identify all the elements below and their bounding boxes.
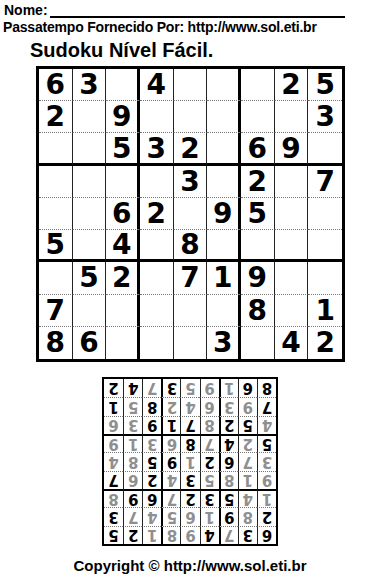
solution-cell-r2c4: 1 — [200, 507, 219, 525]
copyright-text: Copyright © http://www.sol.eti.br — [0, 557, 380, 574]
solution-cell-r1c6: 8 — [161, 526, 180, 544]
page-title: Sudoku Nível Fácil. — [30, 39, 213, 62]
solution-cell-r3c9: 8 — [104, 489, 123, 507]
puzzle-cell-r9c1[interactable]: 8 — [39, 327, 73, 359]
solution-cell-r5c3: 6 — [219, 452, 238, 470]
solution-cell-r8c2: 9 — [238, 397, 257, 415]
solution-cell-r1c2: 3 — [238, 526, 257, 544]
puzzle-cell-r5c8[interactable] — [275, 198, 309, 230]
puzzle-cell-r3c4[interactable]: 3 — [140, 133, 174, 165]
solution-cell-r9c9: 2 — [104, 379, 123, 397]
solution-cell-r1c9: 5 — [104, 526, 123, 544]
solution-cell-r4c4: 5 — [200, 471, 219, 489]
puzzle-cell-r1c6[interactable] — [207, 69, 241, 101]
puzzle-cell-r9c9[interactable]: 2 — [308, 327, 342, 359]
puzzle-cell-r9c3[interactable] — [106, 327, 140, 359]
solution-cell-r7c7: 9 — [142, 416, 161, 434]
puzzle-cell-r7c5[interactable]: 7 — [174, 262, 208, 294]
puzzle-cell-r5c5[interactable] — [174, 198, 208, 230]
solution-cell-r5c8: 8 — [123, 452, 142, 470]
puzzle-cell-r1c5[interactable] — [174, 69, 208, 101]
puzzle-cell-r9c8[interactable]: 4 — [275, 327, 309, 359]
solution-cell-r9c5: 5 — [180, 379, 199, 397]
puzzle-cell-r5c1[interactable] — [39, 198, 73, 230]
solution-cell-r9c4: 9 — [200, 379, 219, 397]
puzzle-cell-r3c6[interactable] — [207, 133, 241, 165]
puzzle-cell-r7c2[interactable]: 5 — [73, 262, 107, 294]
puzzle-cell-r4c4[interactable] — [140, 166, 174, 198]
puzzle-cell-r8c4[interactable] — [140, 295, 174, 327]
provider-text: Passatempo Fornecido Por: http://www.sol… — [3, 19, 317, 35]
solution-cell-r6c8: 1 — [123, 434, 142, 452]
solution-cell-r7c4: 8 — [200, 416, 219, 434]
puzzle-cell-r8c5[interactable] — [174, 295, 208, 327]
puzzle-cell-r7c1[interactable] — [39, 262, 73, 294]
puzzle-cell-r2c8[interactable] — [275, 101, 309, 133]
puzzle-cell-r5c2[interactable] — [73, 198, 107, 230]
puzzle-cell-r5c3[interactable]: 6 — [106, 198, 140, 230]
solution-cell-r6c7: 3 — [142, 434, 161, 452]
solution-cell-r7c1: 4 — [257, 416, 276, 434]
puzzle-cell-r8c6[interactable] — [207, 295, 241, 327]
puzzle-cell-r8c9[interactable]: 1 — [308, 295, 342, 327]
puzzle-cell-r5c6[interactable]: 9 — [207, 198, 241, 230]
puzzle-cell-r5c7[interactable]: 5 — [241, 198, 275, 230]
puzzle-cell-r3c2[interactable] — [73, 133, 107, 165]
solution-cell-r7c9: 6 — [104, 416, 123, 434]
puzzle-cell-r9c6[interactable]: 3 — [207, 327, 241, 359]
solution-cell-r7c6: 1 — [161, 416, 180, 434]
solution-cell-r5c1: 3 — [257, 452, 276, 470]
solution-cell-r3c7: 6 — [142, 489, 161, 507]
puzzle-cell-r8c1[interactable]: 7 — [39, 295, 73, 327]
solution-cell-r9c1: 8 — [257, 379, 276, 397]
puzzle-cell-r6c3[interactable]: 4 — [106, 230, 140, 262]
solution-cell-r3c3: 5 — [219, 489, 238, 507]
solution-cell-r3c6: 7 — [161, 489, 180, 507]
solution-cell-r4c5: 3 — [180, 471, 199, 489]
solution-cell-r8c6: 2 — [161, 397, 180, 415]
solution-cell-r2c9: 3 — [104, 507, 123, 525]
solution-cell-r7c5: 7 — [180, 416, 199, 434]
puzzle-cell-r8c7[interactable]: 8 — [241, 295, 275, 327]
puzzle-cell-r6c4[interactable] — [140, 230, 174, 262]
solution-cell-r9c6: 3 — [161, 379, 180, 397]
puzzle-cell-r9c7[interactable] — [241, 327, 275, 359]
puzzle-cell-r3c7[interactable]: 6 — [241, 133, 275, 165]
puzzle-cell-r8c8[interactable] — [275, 295, 309, 327]
solution-cell-r8c7: 8 — [142, 397, 161, 415]
puzzle-cell-r2c3[interactable]: 9 — [106, 101, 140, 133]
solution-cell-r3c5: 2 — [180, 489, 199, 507]
solution-cell-r8c5: 4 — [180, 397, 199, 415]
solution-cell-r7c3: 2 — [219, 416, 238, 434]
solution-grid-rotated: 6374981252891654731453276989185342673762… — [102, 377, 278, 546]
solution-cell-r7c8: 3 — [123, 416, 142, 434]
puzzle-cell-r3c9[interactable] — [308, 133, 342, 165]
puzzle-cell-r7c3[interactable]: 2 — [106, 262, 140, 294]
puzzle-cell-r1c7[interactable] — [241, 69, 275, 101]
solution-cell-r4c2: 1 — [238, 471, 257, 489]
solution-cell-r9c3: 1 — [219, 379, 238, 397]
solution-cell-r8c4: 6 — [200, 397, 219, 415]
solution-cell-r5c6: 9 — [161, 452, 180, 470]
puzzle-cell-r5c4[interactable]: 2 — [140, 198, 174, 230]
solution-cell-r3c2: 4 — [238, 489, 257, 507]
solution-cell-r1c5: 9 — [180, 526, 199, 544]
solution-cell-r4c8: 6 — [123, 471, 142, 489]
solution-cell-r6c4: 7 — [200, 434, 219, 452]
solution-cell-r4c3: 8 — [219, 471, 238, 489]
solution-cell-r5c2: 7 — [238, 452, 257, 470]
puzzle-cell-r7c4[interactable] — [140, 262, 174, 294]
solution-cell-r2c6: 5 — [161, 507, 180, 525]
puzzle-cell-r4c6[interactable] — [207, 166, 241, 198]
puzzle-cell-r2c4[interactable] — [140, 101, 174, 133]
puzzle-cell-r6c8[interactable] — [275, 230, 309, 262]
puzzle-cell-r6c9[interactable] — [308, 230, 342, 262]
puzzle-cell-r2c1[interactable]: 2 — [39, 101, 73, 133]
solution-cell-r1c8: 2 — [123, 526, 142, 544]
puzzle-cell-r3c5[interactable]: 2 — [174, 133, 208, 165]
solution-cell-r2c5: 6 — [180, 507, 199, 525]
puzzle-cell-r4c1[interactable] — [39, 166, 73, 198]
solution-cell-r5c4: 2 — [200, 452, 219, 470]
solution-cell-r6c1: 5 — [257, 434, 276, 452]
puzzle-cell-r4c8[interactable] — [275, 166, 309, 198]
puzzle-cell-r1c9[interactable]: 5 — [308, 69, 342, 101]
puzzle-cell-r1c1[interactable]: 6 — [39, 69, 73, 101]
solution-cell-r1c4: 4 — [200, 526, 219, 544]
solution-cell-r6c9: 9 — [104, 434, 123, 452]
solution-cell-r8c1: 7 — [257, 397, 276, 415]
puzzle-cell-r2c9[interactable]: 3 — [308, 101, 342, 133]
puzzle-cell-r7c6[interactable]: 1 — [207, 262, 241, 294]
solution-cell-r9c2: 6 — [238, 379, 257, 397]
puzzle-cell-r7c7[interactable]: 9 — [241, 262, 275, 294]
solution-cell-r7c2: 5 — [238, 416, 257, 434]
puzzle-cell-r2c5[interactable] — [174, 101, 208, 133]
solution-cell-r5c9: 4 — [104, 452, 123, 470]
puzzle-cell-r4c3[interactable] — [106, 166, 140, 198]
puzzle-cell-r1c4[interactable]: 4 — [140, 69, 174, 101]
puzzle-cell-r9c4[interactable] — [140, 327, 174, 359]
solution-cell-r8c9: 1 — [104, 397, 123, 415]
puzzle-cell-r4c7[interactable]: 2 — [241, 166, 275, 198]
solution-cell-r3c8: 9 — [123, 489, 142, 507]
puzzle-cell-r4c2[interactable] — [73, 166, 107, 198]
solution-cell-r2c2: 8 — [238, 507, 257, 525]
puzzle-cell-r6c7[interactable] — [241, 230, 275, 262]
solution-cell-r1c7: 1 — [142, 526, 161, 544]
solution-cell-r2c3: 9 — [219, 507, 238, 525]
solution-cell-r2c1: 2 — [257, 507, 276, 525]
name-fill-in-line[interactable] — [50, 2, 345, 18]
puzzle-cell-r8c3[interactable] — [106, 295, 140, 327]
puzzle-cell-r2c6[interactable] — [207, 101, 241, 133]
solution-cell-r8c3: 3 — [219, 397, 238, 415]
solution-cell-r6c2: 2 — [238, 434, 257, 452]
puzzle-cell-r6c5[interactable]: 8 — [174, 230, 208, 262]
puzzle-cell-r6c2[interactable] — [73, 230, 107, 262]
solution-cell-r4c6: 4 — [161, 471, 180, 489]
solution-cell-r4c1: 9 — [257, 471, 276, 489]
solution-cell-r5c5: 1 — [180, 452, 199, 470]
puzzle-cell-r2c2[interactable] — [73, 101, 107, 133]
puzzle-cell-r1c3[interactable] — [106, 69, 140, 101]
solution-cell-r6c3: 4 — [219, 434, 238, 452]
solution-cell-r8c8: 5 — [123, 397, 142, 415]
name-label: Nome: — [4, 2, 48, 18]
puzzle-cell-r3c3[interactable]: 5 — [106, 133, 140, 165]
puzzle-cell-r1c8[interactable]: 2 — [275, 69, 309, 101]
solution-cell-r3c4: 3 — [200, 489, 219, 507]
solution-cell-r6c6: 6 — [161, 434, 180, 452]
solution-cell-r4c9: 7 — [104, 471, 123, 489]
puzzle-cell-r4c5[interactable]: 3 — [174, 166, 208, 198]
name-row: Nome: — [4, 2, 345, 18]
solution-cell-r4c7: 2 — [142, 471, 161, 489]
solution-cell-r2c8: 7 — [123, 507, 142, 525]
solution-cell-r5c7: 5 — [142, 452, 161, 470]
puzzle-cell-r7c8[interactable] — [275, 262, 309, 294]
puzzle-cell-r8c2[interactable] — [73, 295, 107, 327]
solution-cell-r2c7: 4 — [142, 507, 161, 525]
puzzle-cell-r7c9[interactable] — [308, 262, 342, 294]
puzzle-cell-r2c7[interactable] — [241, 101, 275, 133]
puzzle-grid: 634252935326932762955485271978186342 — [36, 66, 345, 362]
solution-cell-r3c1: 1 — [257, 489, 276, 507]
puzzle-cell-r9c2[interactable]: 6 — [73, 327, 107, 359]
puzzle-cell-r3c1[interactable] — [39, 133, 73, 165]
solution-cell-r6c5: 8 — [180, 434, 199, 452]
puzzle-cell-r6c6[interactable] — [207, 230, 241, 262]
puzzle-cell-r6c1[interactable]: 5 — [39, 230, 73, 262]
puzzle-cell-r1c2[interactable]: 3 — [73, 69, 107, 101]
solution-cell-r1c3: 7 — [219, 526, 238, 544]
solution-cell-r1c1: 6 — [257, 526, 276, 544]
puzzle-cell-r3c8[interactable]: 9 — [275, 133, 309, 165]
printable-sudoku-page: Nome: Passatempo Fornecido Por: http://w… — [0, 0, 380, 585]
solution-cell-r9c8: 4 — [123, 379, 142, 397]
puzzle-cell-r9c5[interactable] — [174, 327, 208, 359]
puzzle-cell-r4c9[interactable]: 7 — [308, 166, 342, 198]
solution-cell-r9c7: 7 — [142, 379, 161, 397]
puzzle-cell-r5c9[interactable] — [308, 198, 342, 230]
